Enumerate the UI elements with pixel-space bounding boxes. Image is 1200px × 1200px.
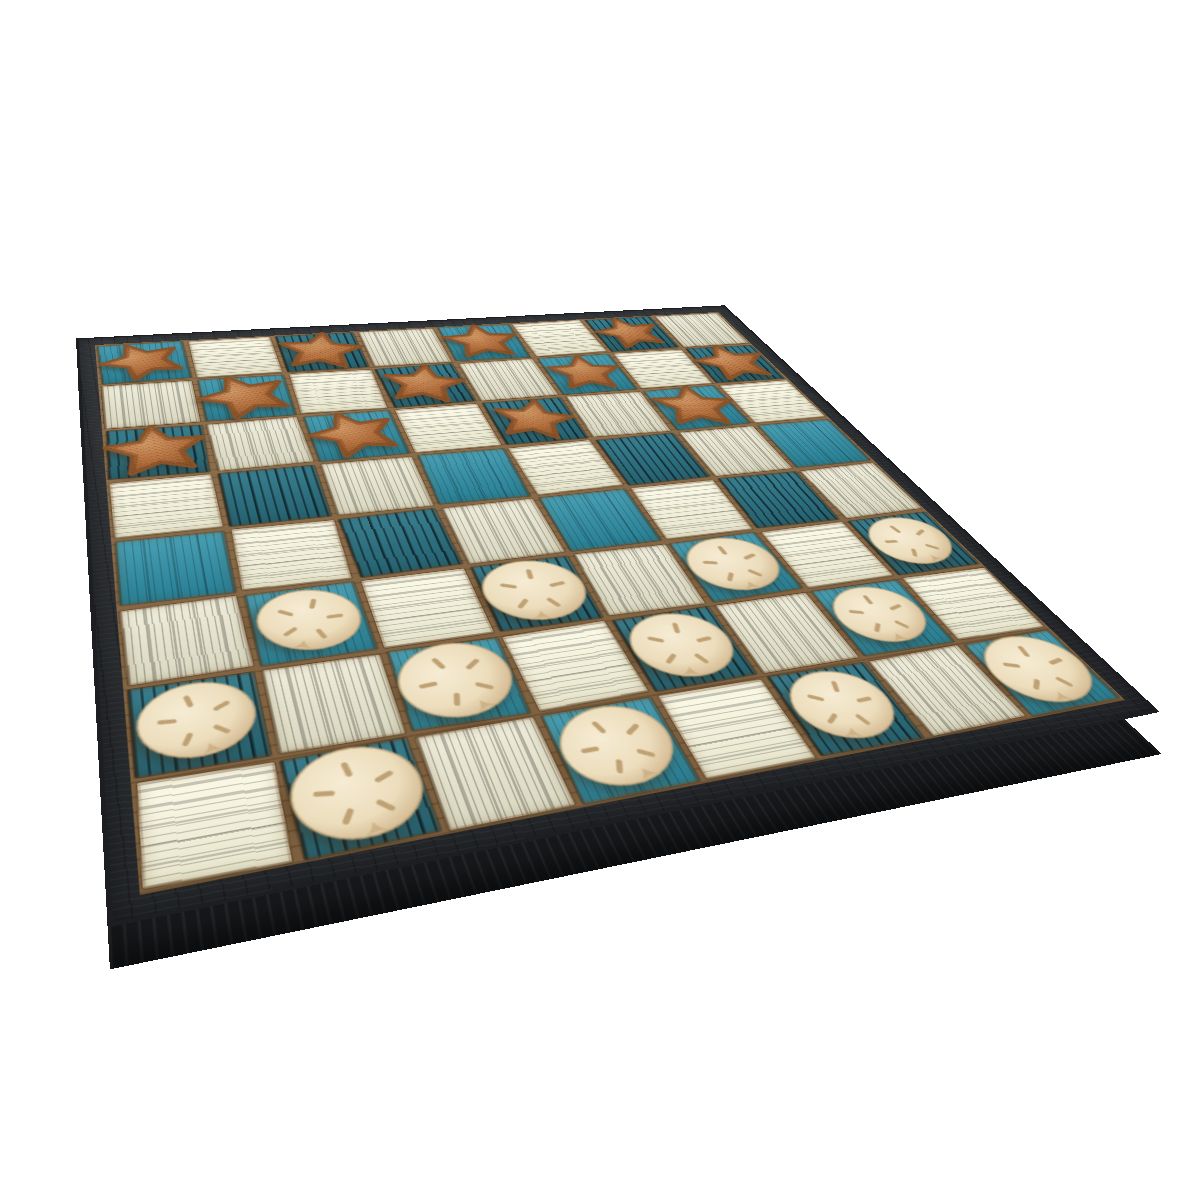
square-r4c3-cream [321, 457, 434, 515]
square-r4c1-cream [109, 474, 223, 539]
square-r5c2-cream [231, 520, 352, 591]
sand-dollar-piece-pdn21 [243, 583, 370, 658]
square-r4c2-teal [218, 465, 332, 527]
square-r5c3-teal [338, 508, 462, 577]
starfish-piece-pdn6 [379, 362, 466, 406]
checkers-board [95, 312, 1125, 895]
square-r1c4-cream [358, 328, 452, 366]
product-photo-scene [0, 0, 1200, 1200]
starfish-piece-pdn2 [275, 331, 364, 371]
starfish-piece-pdn11 [490, 396, 575, 443]
square-r5c1-teal [115, 531, 236, 606]
starfish-piece-pdn9 [99, 420, 218, 482]
